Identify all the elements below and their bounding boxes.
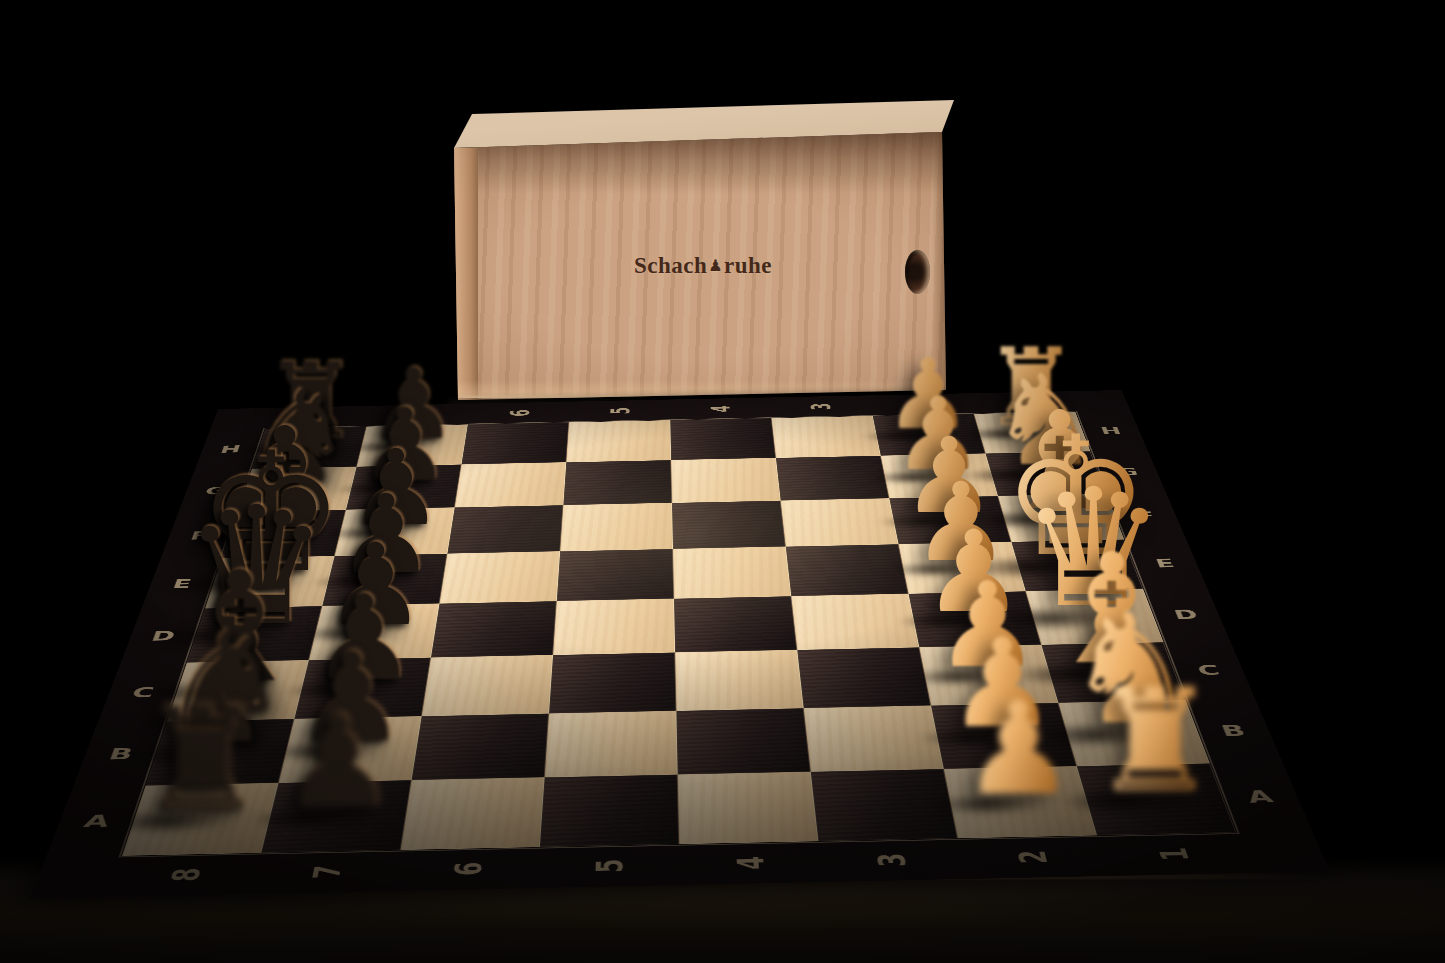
coord-letter-right-A: A xyxy=(1244,787,1276,806)
coord-number-near-5: 5 xyxy=(588,859,631,873)
box-left-rail xyxy=(454,148,478,400)
square-b4[interactable] xyxy=(676,708,810,774)
square-b5[interactable] xyxy=(545,711,678,777)
square-c4[interactable] xyxy=(675,650,804,711)
pawn-icon: ♟ xyxy=(708,256,723,275)
square-e5[interactable] xyxy=(557,549,674,601)
square-h6[interactable] xyxy=(461,422,569,464)
white-pawn-glyph: ♟ xyxy=(961,696,1076,801)
square-h5[interactable] xyxy=(566,420,671,462)
square-f5[interactable] xyxy=(560,503,673,551)
coord-number-near-1: 1 xyxy=(1150,847,1197,861)
square-h4[interactable] xyxy=(670,418,776,460)
square-c5[interactable] xyxy=(549,652,676,713)
square-c6[interactable] xyxy=(422,655,553,716)
coord-number-near-2: 2 xyxy=(1010,850,1056,864)
square-a6[interactable] xyxy=(401,777,545,850)
coord-number-near-8: 8 xyxy=(162,867,208,881)
coord-letter-left-A: A xyxy=(81,811,112,831)
square-f6[interactable] xyxy=(447,505,563,554)
square-d5[interactable] xyxy=(553,599,675,655)
coord-number-near-6: 6 xyxy=(446,862,490,876)
coord-number-far-6: 6 xyxy=(504,409,535,416)
white-rook-glyph: ♜ xyxy=(1091,682,1219,799)
box-thumb-notch[interactable] xyxy=(905,250,930,294)
coord-number-near-4: 4 xyxy=(729,856,772,870)
black-pawn-glyph: ♟ xyxy=(280,710,395,815)
square-g4[interactable] xyxy=(671,458,781,503)
square-e6[interactable] xyxy=(439,551,560,603)
coord-number-far-5: 5 xyxy=(605,407,635,414)
square-g5[interactable] xyxy=(563,460,672,505)
coord-number-near-7: 7 xyxy=(304,865,349,879)
square-d4[interactable] xyxy=(674,596,797,652)
photo-stage: Schach♟ruhe 8765432187654321AABBCCDDEEFF… xyxy=(0,0,1445,963)
brand-text-right: ruhe xyxy=(724,253,772,278)
brand-text-left: Schach xyxy=(634,253,707,278)
brand-logo: Schach♟ruhe xyxy=(634,253,772,279)
coord-number-far-4: 4 xyxy=(705,405,736,412)
square-a5[interactable] xyxy=(540,775,679,848)
coord-letter-right-B: B xyxy=(1218,722,1248,740)
square-e4[interactable] xyxy=(673,547,791,599)
coord-number-far-3: 3 xyxy=(805,403,836,410)
square-b6[interactable] xyxy=(412,714,549,781)
square-a4[interactable] xyxy=(678,772,819,844)
square-g6[interactable] xyxy=(455,462,567,507)
wooden-box: Schach♟ruhe xyxy=(448,98,958,404)
coord-number-near-3: 3 xyxy=(869,853,914,867)
square-f4[interactable] xyxy=(672,501,786,549)
square-d6[interactable] xyxy=(431,601,557,657)
black-rook-glyph: ♜ xyxy=(138,701,266,818)
